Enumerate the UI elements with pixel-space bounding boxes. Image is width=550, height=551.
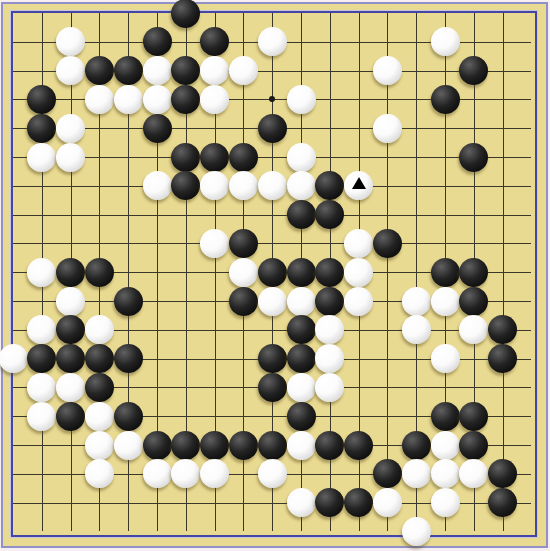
stone-black: [287, 200, 316, 229]
stone-white: [431, 344, 460, 373]
stone-black: [431, 402, 460, 431]
triangle-marker: [352, 177, 366, 189]
stone-white: [229, 56, 258, 85]
go-app-window: [0, 0, 550, 551]
stone-white: [143, 56, 172, 85]
stone-white: [56, 56, 85, 85]
stone-white: [229, 171, 258, 200]
stone-white: [200, 56, 229, 85]
stone-black: [287, 402, 316, 431]
stone-black: [143, 27, 172, 56]
stone-white: [402, 517, 431, 546]
stone-black: [344, 431, 373, 460]
stone-white: [0, 344, 28, 373]
stone-white: [287, 287, 316, 316]
stone-white: [431, 287, 460, 316]
stone-white: [287, 488, 316, 517]
stone-black: [258, 373, 287, 402]
stone-white: [143, 171, 172, 200]
stone-white: [431, 488, 460, 517]
stone-white: [85, 315, 114, 344]
stone-white: [344, 229, 373, 258]
stone-black: [56, 402, 85, 431]
stone-black: [114, 287, 143, 316]
stone-white: [200, 85, 229, 114]
board-margin: [1, 2, 548, 548]
stone-black: [459, 287, 488, 316]
stone-black: [171, 85, 200, 114]
stone-white: [315, 315, 344, 344]
stone-black: [459, 402, 488, 431]
stone-black: [171, 143, 200, 172]
stone-black: [114, 344, 143, 373]
stone-black: [315, 258, 344, 287]
stone-black: [229, 229, 258, 258]
stone-black: [85, 56, 114, 85]
stone-white: [344, 287, 373, 316]
stone-white: [402, 315, 431, 344]
stone-black: [171, 56, 200, 85]
stone-black: [143, 431, 172, 460]
stone-white: [258, 171, 287, 200]
stone-black: [200, 431, 229, 460]
stone-black: [143, 114, 172, 143]
stone-black: [258, 344, 287, 373]
stone-black: [459, 431, 488, 460]
stone-black: [27, 114, 56, 143]
stone-white: [431, 459, 460, 488]
stone-white: [459, 459, 488, 488]
stone-white: [315, 373, 344, 402]
stone-white: [258, 287, 287, 316]
stone-white: [114, 431, 143, 460]
stone-white: [200, 229, 229, 258]
stone-black: [488, 315, 517, 344]
stone-white: [114, 85, 143, 114]
stone-white: [315, 344, 344, 373]
stone-black: [315, 488, 344, 517]
stone-white: [56, 287, 85, 316]
stone-black: [258, 258, 287, 287]
stone-white: [344, 258, 373, 287]
stone-black: [200, 27, 229, 56]
stone-black: [373, 229, 402, 258]
stone-black: [171, 431, 200, 460]
stone-white: [402, 459, 431, 488]
stone-white: [373, 56, 402, 85]
stone-white: [27, 402, 56, 431]
stone-black: [431, 258, 460, 287]
stone-white: [287, 85, 316, 114]
stone-white: [143, 459, 172, 488]
stone-black: [27, 344, 56, 373]
stone-black: [344, 488, 373, 517]
stone-black: [85, 344, 114, 373]
stone-white: [431, 431, 460, 460]
stone-black: [114, 56, 143, 85]
stone-white: [200, 171, 229, 200]
stone-black: [488, 459, 517, 488]
stone-black: [258, 114, 287, 143]
stone-white: [85, 459, 114, 488]
stone-black: [229, 287, 258, 316]
stone-white: [27, 373, 56, 402]
stone-white: [229, 258, 258, 287]
stone-black: [402, 431, 431, 460]
stone-black: [229, 143, 258, 172]
stone-black: [488, 344, 517, 373]
stones-layer: [13, 13, 531, 531]
stone-black: [287, 258, 316, 287]
stone-black: [171, 171, 200, 200]
stone-white: [373, 114, 402, 143]
stone-black: [315, 287, 344, 316]
stone-white: [287, 143, 316, 172]
stone-white: [258, 27, 287, 56]
stone-white: [431, 27, 460, 56]
stone-black: [315, 431, 344, 460]
stone-black: [171, 0, 200, 28]
stone-black: [56, 315, 85, 344]
stone-white: [171, 459, 200, 488]
stone-white: [200, 459, 229, 488]
star-point: [269, 96, 275, 102]
go-board[interactable]: [11, 11, 537, 537]
stone-black: [373, 459, 402, 488]
stone-white: [27, 315, 56, 344]
stone-black: [258, 431, 287, 460]
stone-black: [315, 200, 344, 229]
stone-white: [287, 373, 316, 402]
stone-white: [402, 287, 431, 316]
stone-black: [287, 344, 316, 373]
stone-black: [229, 431, 258, 460]
stone-white: [56, 114, 85, 143]
stone-white: [85, 85, 114, 114]
stone-black: [56, 258, 85, 287]
stone-white: [287, 431, 316, 460]
stone-white: [85, 431, 114, 460]
stone-black: [315, 171, 344, 200]
stone-black: [459, 143, 488, 172]
stone-white: [27, 143, 56, 172]
stone-black: [459, 258, 488, 287]
stone-white: [373, 488, 402, 517]
stone-black: [56, 344, 85, 373]
stone-white: [56, 143, 85, 172]
stone-white: [143, 85, 172, 114]
stone-white: [258, 459, 287, 488]
stone-black: [488, 488, 517, 517]
stone-white: [56, 27, 85, 56]
stone-white: [27, 258, 56, 287]
stone-black: [431, 85, 460, 114]
stone-white: [459, 315, 488, 344]
stone-white: [85, 402, 114, 431]
stone-black: [459, 56, 488, 85]
stone-black: [27, 85, 56, 114]
stone-black: [200, 143, 229, 172]
stone-black: [114, 402, 143, 431]
stone-white: [56, 373, 85, 402]
stone-black: [85, 258, 114, 287]
stone-black: [287, 315, 316, 344]
stone-black: [85, 373, 114, 402]
stone-white: [287, 171, 316, 200]
